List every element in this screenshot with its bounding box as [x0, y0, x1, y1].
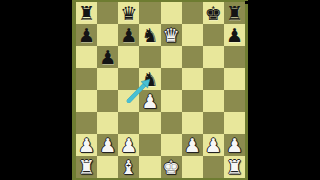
square-a1[interactable]: ♜ [76, 156, 97, 178]
letterbox-left [0, 0, 72, 180]
white-bishop[interactable]: ♝ [120, 156, 137, 178]
square-a5[interactable] [76, 68, 97, 90]
square-h6[interactable] [224, 46, 245, 68]
square-g6[interactable] [203, 46, 224, 68]
white-pawn[interactable]: ♟ [99, 134, 116, 156]
square-e5[interactable] [161, 68, 182, 90]
square-f6[interactable] [182, 46, 203, 68]
square-b2[interactable]: ♟ [97, 134, 118, 156]
square-a4[interactable] [76, 90, 97, 112]
square-e1[interactable]: ♚ [161, 156, 182, 178]
square-c5[interactable] [118, 68, 139, 90]
square-h3[interactable] [224, 112, 245, 134]
black-knight[interactable]: ♞ [141, 24, 158, 46]
square-d1[interactable] [139, 156, 160, 178]
square-d6[interactable] [139, 46, 160, 68]
square-g1[interactable] [203, 156, 224, 178]
white-pawn[interactable]: ♟ [141, 90, 158, 112]
square-b7[interactable] [97, 24, 118, 46]
square-f7[interactable] [182, 24, 203, 46]
square-h5[interactable] [224, 68, 245, 90]
white-queen[interactable]: ♛ [163, 24, 180, 46]
square-b4[interactable] [97, 90, 118, 112]
square-d2[interactable] [139, 134, 160, 156]
square-h4[interactable] [224, 90, 245, 112]
white-rook[interactable]: ♜ [226, 156, 243, 178]
square-c3[interactable] [118, 112, 139, 134]
square-g5[interactable] [203, 68, 224, 90]
square-b8[interactable] [97, 2, 118, 24]
square-h2[interactable]: ♟ [224, 134, 245, 156]
square-h8[interactable]: ♜ [224, 2, 245, 24]
square-c6[interactable] [118, 46, 139, 68]
square-g3[interactable] [203, 112, 224, 134]
square-g8[interactable]: ♚ [203, 2, 224, 24]
square-d7[interactable]: ♞ [139, 24, 160, 46]
square-f8[interactable] [182, 2, 203, 24]
letterbox-right [248, 0, 320, 180]
white-pawn[interactable]: ♟ [184, 134, 201, 156]
square-b5[interactable] [97, 68, 118, 90]
white-rook[interactable]: ♜ [78, 156, 95, 178]
square-g7[interactable] [203, 24, 224, 46]
chess-board[interactable]: ♜♛♚♜♟♟♞♛♟♟♞♟♟♟♟♟♟♟♜♝♚♜ [76, 2, 245, 178]
black-king[interactable]: ♚ [205, 2, 222, 24]
white-pawn[interactable]: ♟ [78, 134, 95, 156]
square-e8[interactable] [161, 2, 182, 24]
black-queen[interactable]: ♛ [120, 2, 137, 24]
square-b6[interactable]: ♟ [97, 46, 118, 68]
square-e4[interactable] [161, 90, 182, 112]
square-g4[interactable] [203, 90, 224, 112]
square-a6[interactable] [76, 46, 97, 68]
white-king[interactable]: ♚ [163, 156, 180, 178]
square-d4[interactable]: ♟ [139, 90, 160, 112]
chess-board-frame: ♜♛♚♜♟♟♞♛♟♟♞♟♟♟♟♟♟♟♜♝♚♜ [72, 0, 248, 180]
square-b3[interactable] [97, 112, 118, 134]
square-g2[interactable]: ♟ [203, 134, 224, 156]
black-rook[interactable]: ♜ [226, 2, 243, 24]
square-e6[interactable] [161, 46, 182, 68]
square-c7[interactable]: ♟ [118, 24, 139, 46]
square-a3[interactable] [76, 112, 97, 134]
square-f2[interactable]: ♟ [182, 134, 203, 156]
square-a2[interactable]: ♟ [76, 134, 97, 156]
square-f5[interactable] [182, 68, 203, 90]
square-d3[interactable] [139, 112, 160, 134]
square-c2[interactable]: ♟ [118, 134, 139, 156]
square-c8[interactable]: ♛ [118, 2, 139, 24]
white-pawn[interactable]: ♟ [205, 134, 222, 156]
square-e3[interactable] [161, 112, 182, 134]
black-pawn[interactable]: ♟ [78, 24, 95, 46]
square-c4[interactable] [118, 90, 139, 112]
black-pawn[interactable]: ♟ [99, 46, 116, 68]
square-a8[interactable]: ♜ [76, 2, 97, 24]
border-corner-marker [245, 1, 248, 4]
square-f1[interactable] [182, 156, 203, 178]
chess-thumbnail: { "game": "chess", "position": { "fen": … [0, 0, 320, 180]
black-rook[interactable]: ♜ [78, 2, 95, 24]
square-e7[interactable]: ♛ [161, 24, 182, 46]
square-h7[interactable]: ♟ [224, 24, 245, 46]
square-f4[interactable] [182, 90, 203, 112]
square-a7[interactable]: ♟ [76, 24, 97, 46]
white-pawn[interactable]: ♟ [226, 134, 243, 156]
square-d8[interactable] [139, 2, 160, 24]
black-pawn[interactable]: ♟ [226, 24, 243, 46]
square-h1[interactable]: ♜ [224, 156, 245, 178]
square-f3[interactable] [182, 112, 203, 134]
white-pawn[interactable]: ♟ [120, 134, 137, 156]
square-e2[interactable] [161, 134, 182, 156]
square-c1[interactable]: ♝ [118, 156, 139, 178]
square-b1[interactable] [97, 156, 118, 178]
black-knight[interactable]: ♞ [141, 68, 158, 90]
square-d5[interactable]: ♞ [139, 68, 160, 90]
black-pawn[interactable]: ♟ [120, 24, 137, 46]
